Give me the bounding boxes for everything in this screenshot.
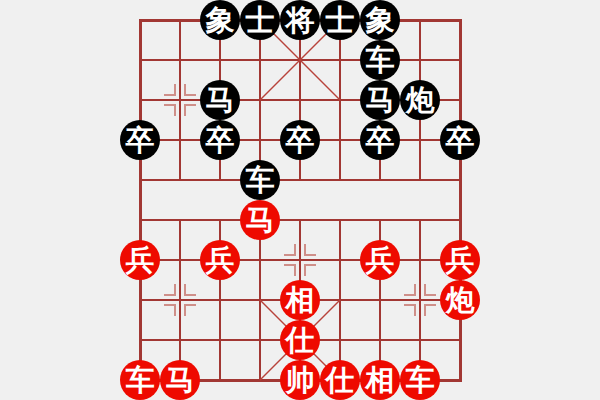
piece-black-advisor[interactable]: 士 <box>240 0 280 40</box>
piece-black-soldier[interactable]: 卒 <box>280 120 320 160</box>
piece-black-elephant[interactable]: 象 <box>360 0 400 40</box>
piece-red-horse[interactable]: 马 <box>160 360 200 400</box>
piece-red-advisor[interactable]: 仕 <box>280 320 320 360</box>
piece-red-soldier[interactable]: 兵 <box>120 240 160 280</box>
piece-red-soldier[interactable]: 兵 <box>440 240 480 280</box>
pieces-grid: 象士将士象车马马炮卒卒卒卒卒车马兵兵兵兵相炮仕车马帅仕相车 <box>120 0 480 400</box>
xiangqi-board-diagram: 象士将士象车马马炮卒卒卒卒卒车马兵兵兵兵相炮仕车马帅仕相车 <box>0 0 600 400</box>
piece-black-general[interactable]: 将 <box>280 0 320 40</box>
piece-red-horse[interactable]: 马 <box>240 200 280 240</box>
piece-red-chariot[interactable]: 车 <box>400 360 440 400</box>
piece-black-soldier[interactable]: 卒 <box>440 120 480 160</box>
piece-red-cannon[interactable]: 炮 <box>440 280 480 320</box>
piece-black-soldier[interactable]: 卒 <box>200 120 240 160</box>
piece-black-advisor[interactable]: 士 <box>320 0 360 40</box>
piece-red-soldier[interactable]: 兵 <box>360 240 400 280</box>
piece-black-soldier[interactable]: 卒 <box>360 120 400 160</box>
piece-red-elephant[interactable]: 相 <box>360 360 400 400</box>
piece-black-horse[interactable]: 马 <box>360 80 400 120</box>
piece-black-chariot[interactable]: 车 <box>360 40 400 80</box>
piece-black-chariot[interactable]: 车 <box>240 160 280 200</box>
piece-red-chariot[interactable]: 车 <box>120 360 160 400</box>
piece-black-elephant[interactable]: 象 <box>200 0 240 40</box>
piece-red-soldier[interactable]: 兵 <box>200 240 240 280</box>
piece-red-elephant[interactable]: 相 <box>280 280 320 320</box>
piece-black-cannon[interactable]: 炮 <box>400 80 440 120</box>
piece-black-horse[interactable]: 马 <box>200 80 240 120</box>
piece-red-general[interactable]: 帅 <box>280 360 320 400</box>
piece-black-soldier[interactable]: 卒 <box>120 120 160 160</box>
piece-red-advisor[interactable]: 仕 <box>320 360 360 400</box>
